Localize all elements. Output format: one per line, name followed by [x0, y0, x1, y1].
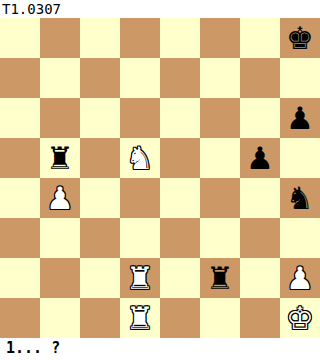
square-g5[interactable]: ♟ — [240, 138, 280, 178]
square-e2[interactable] — [160, 258, 200, 298]
square-b2[interactable] — [40, 258, 80, 298]
chess-puzzle-window: T1.0307 ♚♟♜♞♟♟♞♜♜♟♜♔ 1... ? — [0, 0, 320, 360]
white-pawn[interactable]: ♟ — [46, 183, 74, 214]
square-d5[interactable]: ♞ — [120, 138, 160, 178]
chess-board: ♚♟♜♞♟♟♞♜♜♟♜♔ — [0, 18, 320, 338]
black-knight[interactable]: ♞ — [286, 183, 314, 214]
square-h6[interactable]: ♟ — [280, 98, 320, 138]
square-b6[interactable] — [40, 98, 80, 138]
move-prompt: 1... ? — [6, 338, 60, 360]
white-knight[interactable]: ♞ — [126, 143, 154, 174]
black-rook[interactable]: ♜ — [46, 143, 74, 174]
square-d6[interactable] — [120, 98, 160, 138]
square-a2[interactable] — [0, 258, 40, 298]
square-h1[interactable]: ♔ — [280, 298, 320, 338]
square-a7[interactable] — [0, 58, 40, 98]
square-b5[interactable]: ♜ — [40, 138, 80, 178]
square-a6[interactable] — [0, 98, 40, 138]
square-f1[interactable] — [200, 298, 240, 338]
square-g2[interactable] — [240, 258, 280, 298]
black-pawn[interactable]: ♟ — [246, 143, 274, 174]
square-b1[interactable] — [40, 298, 80, 338]
square-a3[interactable] — [0, 218, 40, 258]
square-c4[interactable] — [80, 178, 120, 218]
square-h2[interactable]: ♟ — [280, 258, 320, 298]
square-g6[interactable] — [240, 98, 280, 138]
square-c1[interactable] — [80, 298, 120, 338]
square-d7[interactable] — [120, 58, 160, 98]
white-king[interactable]: ♔ — [286, 303, 314, 334]
puzzle-title: T1.0307 — [2, 0, 61, 18]
square-g1[interactable] — [240, 298, 280, 338]
square-g3[interactable] — [240, 218, 280, 258]
square-h7[interactable] — [280, 58, 320, 98]
square-a8[interactable] — [0, 18, 40, 58]
white-pawn[interactable]: ♟ — [286, 263, 314, 294]
square-d1[interactable]: ♜ — [120, 298, 160, 338]
square-h4[interactable]: ♞ — [280, 178, 320, 218]
square-e5[interactable] — [160, 138, 200, 178]
square-d4[interactable] — [120, 178, 160, 218]
square-h8[interactable]: ♚ — [280, 18, 320, 58]
square-e1[interactable] — [160, 298, 200, 338]
square-e8[interactable] — [160, 18, 200, 58]
square-f4[interactable] — [200, 178, 240, 218]
square-d3[interactable] — [120, 218, 160, 258]
square-g7[interactable] — [240, 58, 280, 98]
square-e4[interactable] — [160, 178, 200, 218]
black-king[interactable]: ♚ — [286, 23, 314, 54]
square-e7[interactable] — [160, 58, 200, 98]
square-d8[interactable] — [120, 18, 160, 58]
square-a5[interactable] — [0, 138, 40, 178]
square-a4[interactable] — [0, 178, 40, 218]
square-f6[interactable] — [200, 98, 240, 138]
black-pawn[interactable]: ♟ — [286, 103, 314, 134]
square-f7[interactable] — [200, 58, 240, 98]
square-b4[interactable]: ♟ — [40, 178, 80, 218]
square-c7[interactable] — [80, 58, 120, 98]
square-e3[interactable] — [160, 218, 200, 258]
white-rook[interactable]: ♜ — [126, 303, 154, 334]
square-c6[interactable] — [80, 98, 120, 138]
square-c2[interactable] — [80, 258, 120, 298]
square-f2[interactable]: ♜ — [200, 258, 240, 298]
square-b7[interactable] — [40, 58, 80, 98]
square-h5[interactable] — [280, 138, 320, 178]
square-c8[interactable] — [80, 18, 120, 58]
square-e6[interactable] — [160, 98, 200, 138]
square-c3[interactable] — [80, 218, 120, 258]
black-rook[interactable]: ♜ — [206, 263, 234, 294]
square-c5[interactable] — [80, 138, 120, 178]
square-a1[interactable] — [0, 298, 40, 338]
square-f5[interactable] — [200, 138, 240, 178]
square-f8[interactable] — [200, 18, 240, 58]
square-b8[interactable] — [40, 18, 80, 58]
square-d2[interactable]: ♜ — [120, 258, 160, 298]
white-rook[interactable]: ♜ — [126, 263, 154, 294]
square-g4[interactable] — [240, 178, 280, 218]
square-h3[interactable] — [280, 218, 320, 258]
square-f3[interactable] — [200, 218, 240, 258]
square-b3[interactable] — [40, 218, 80, 258]
square-g8[interactable] — [240, 18, 280, 58]
